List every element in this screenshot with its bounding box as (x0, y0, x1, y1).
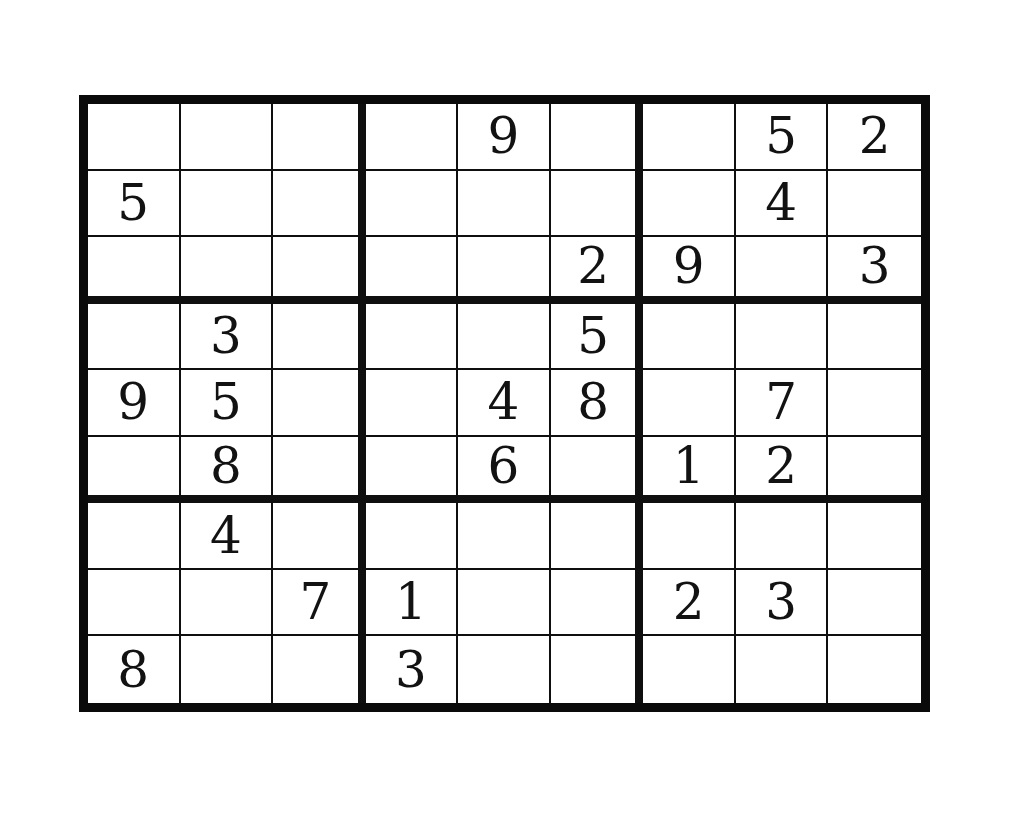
cell-r6c5[interactable]: 6 (458, 437, 551, 504)
cell-r2c8[interactable]: 4 (736, 171, 829, 238)
cell-r4c9[interactable] (828, 304, 921, 371)
cell-r8c7[interactable]: 2 (643, 570, 736, 637)
cell-r1c1[interactable] (88, 104, 181, 171)
cell-r4c3[interactable] (273, 304, 366, 371)
cell-r2c7[interactable] (643, 171, 736, 238)
cell-r6c4[interactable] (366, 437, 459, 504)
cell-r8c3[interactable]: 7 (273, 570, 366, 637)
cell-r9c4[interactable]: 3 (366, 636, 459, 703)
cell-r5c3[interactable] (273, 370, 366, 437)
cell-r1c3[interactable] (273, 104, 366, 171)
cell-r5c5[interactable]: 4 (458, 370, 551, 437)
cell-r9c6[interactable] (551, 636, 644, 703)
cell-r6c2[interactable]: 8 (181, 437, 274, 504)
cell-r2c9[interactable] (828, 171, 921, 238)
sudoku-page: 9 5 2 5 4 2 9 3 3 5 9 (0, 0, 1024, 834)
cell-r7c6[interactable] (551, 503, 644, 570)
cell-r8c4[interactable]: 1 (366, 570, 459, 637)
cell-r8c6[interactable] (551, 570, 644, 637)
cell-r9c5[interactable] (458, 636, 551, 703)
cell-r8c8[interactable]: 3 (736, 570, 829, 637)
cell-r5c7[interactable] (643, 370, 736, 437)
cell-r7c5[interactable] (458, 503, 551, 570)
cell-r2c1[interactable]: 5 (88, 171, 181, 238)
cell-r6c3[interactable] (273, 437, 366, 504)
cell-r7c3[interactable] (273, 503, 366, 570)
cell-r3c8[interactable] (736, 237, 829, 304)
cell-r8c2[interactable] (181, 570, 274, 637)
cell-r6c1[interactable] (88, 437, 181, 504)
cell-r7c8[interactable] (736, 503, 829, 570)
cell-r9c3[interactable] (273, 636, 366, 703)
cell-r9c8[interactable] (736, 636, 829, 703)
cell-r8c1[interactable] (88, 570, 181, 637)
sudoku-board: 9 5 2 5 4 2 9 3 3 5 9 (79, 95, 930, 712)
cell-r9c7[interactable] (643, 636, 736, 703)
cell-r1c9[interactable]: 2 (828, 104, 921, 171)
cell-r7c2[interactable]: 4 (181, 503, 274, 570)
cell-r4c6[interactable]: 5 (551, 304, 644, 371)
cell-r4c5[interactable] (458, 304, 551, 371)
cell-r1c8[interactable]: 5 (736, 104, 829, 171)
cell-r1c7[interactable] (643, 104, 736, 171)
cell-r4c1[interactable] (88, 304, 181, 371)
cell-r3c4[interactable] (366, 237, 459, 304)
cell-r5c8[interactable]: 7 (736, 370, 829, 437)
cell-r2c5[interactable] (458, 171, 551, 238)
cell-r6c6[interactable] (551, 437, 644, 504)
cell-r5c9[interactable] (828, 370, 921, 437)
cell-r5c1[interactable]: 9 (88, 370, 181, 437)
cell-r4c7[interactable] (643, 304, 736, 371)
cell-r3c1[interactable] (88, 237, 181, 304)
cell-r5c4[interactable] (366, 370, 459, 437)
cell-r7c9[interactable] (828, 503, 921, 570)
cell-r9c2[interactable] (181, 636, 274, 703)
cell-r5c6[interactable]: 8 (551, 370, 644, 437)
cell-r6c9[interactable] (828, 437, 921, 504)
cell-r2c4[interactable] (366, 171, 459, 238)
cell-r1c6[interactable] (551, 104, 644, 171)
cell-r6c7[interactable]: 1 (643, 437, 736, 504)
cell-r8c5[interactable] (458, 570, 551, 637)
cell-r5c2[interactable]: 5 (181, 370, 274, 437)
cell-r8c9[interactable] (828, 570, 921, 637)
cell-r7c1[interactable] (88, 503, 181, 570)
cell-r1c4[interactable] (366, 104, 459, 171)
cell-r3c6[interactable]: 2 (551, 237, 644, 304)
cell-r4c2[interactable]: 3 (181, 304, 274, 371)
cell-r1c5[interactable]: 9 (458, 104, 551, 171)
cell-r6c8[interactable]: 2 (736, 437, 829, 504)
cell-r2c2[interactable] (181, 171, 274, 238)
cell-r2c6[interactable] (551, 171, 644, 238)
cell-r3c2[interactable] (181, 237, 274, 304)
cell-r4c8[interactable] (736, 304, 829, 371)
cell-r3c3[interactable] (273, 237, 366, 304)
cell-r1c2[interactable] (181, 104, 274, 171)
cell-r3c5[interactable] (458, 237, 551, 304)
cell-r9c9[interactable] (828, 636, 921, 703)
cell-r3c9[interactable]: 3 (828, 237, 921, 304)
cell-r9c1[interactable]: 8 (88, 636, 181, 703)
cell-r3c7[interactable]: 9 (643, 237, 736, 304)
cell-r4c4[interactable] (366, 304, 459, 371)
cell-r7c7[interactable] (643, 503, 736, 570)
cell-r7c4[interactable] (366, 503, 459, 570)
cell-r2c3[interactable] (273, 171, 366, 238)
